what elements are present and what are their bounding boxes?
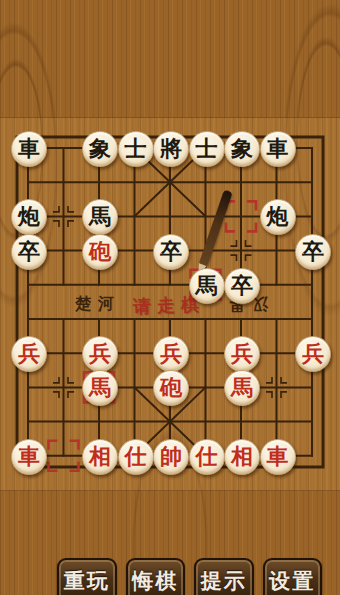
piece-red-elephant[interactable]: 相 — [82, 439, 118, 475]
undo-button[interactable]: 悔棋 — [126, 558, 186, 595]
piece-black-soldier[interactable]: 卒 — [224, 268, 260, 304]
piece-black-advisor[interactable]: 士 — [189, 131, 225, 167]
piece-black-soldier[interactable]: 卒 — [295, 234, 331, 270]
piece-black-advisor[interactable]: 士 — [118, 131, 154, 167]
piece-red-advisor[interactable]: 仕 — [118, 439, 154, 475]
piece-black-elephant[interactable]: 象 — [82, 131, 118, 167]
piece-red-soldier[interactable]: 兵 — [153, 336, 189, 372]
piece-black-chariot[interactable]: 車 — [260, 131, 296, 167]
replay-button[interactable]: 重玩 — [57, 558, 117, 595]
xiangqi-app-screen: 楚河 汉界 请走棋 車象士將士象車炮馬炮卒卒卒馬卒砲兵兵兵兵兵馬砲馬車相仕帥仕相… — [0, 0, 340, 595]
piece-red-elephant[interactable]: 相 — [224, 439, 260, 475]
piece-black-soldier[interactable]: 卒 — [153, 234, 189, 270]
piece-black-horse[interactable]: 馬 — [189, 268, 225, 304]
piece-red-soldier[interactable]: 兵 — [295, 336, 331, 372]
toolbar: 重玩 悔棋 提示 设置 — [57, 558, 322, 595]
river-label-chu-he: 楚河 — [75, 295, 121, 313]
piece-red-chariot[interactable]: 車 — [260, 439, 296, 475]
piece-black-elephant[interactable]: 象 — [224, 131, 260, 167]
piece-black-cannon[interactable]: 炮 — [260, 199, 296, 235]
piece-red-general[interactable]: 帥 — [153, 439, 189, 475]
piece-black-soldier[interactable]: 卒 — [11, 234, 47, 270]
piece-red-cannon[interactable]: 砲 — [82, 234, 118, 270]
piece-red-advisor[interactable]: 仕 — [189, 439, 225, 475]
piece-black-chariot[interactable]: 車 — [11, 131, 47, 167]
piece-red-soldier[interactable]: 兵 — [11, 336, 47, 372]
piece-red-chariot[interactable]: 車 — [11, 439, 47, 475]
settings-button[interactable]: 设置 — [263, 558, 323, 595]
piece-black-general[interactable]: 將 — [153, 131, 189, 167]
hint-button[interactable]: 提示 — [194, 558, 254, 595]
piece-red-soldier[interactable]: 兵 — [82, 336, 118, 372]
piece-red-soldier[interactable]: 兵 — [224, 336, 260, 372]
